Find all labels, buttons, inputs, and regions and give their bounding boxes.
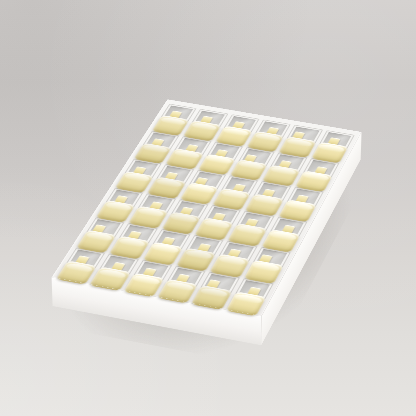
gemstone — [278, 199, 317, 222]
gem-box-r4c4 — [197, 205, 241, 235]
gem-clasp-tab — [161, 237, 175, 246]
gem-box-r5c3 — [146, 229, 191, 260]
gem-box-r6c3 — [126, 259, 172, 291]
gem-clasp-tab — [228, 249, 242, 258]
photo-backdrop — [0, 0, 416, 416]
box-clear-lid-window — [162, 266, 205, 297]
gem-clasp-tab — [142, 268, 156, 278]
gem-clasp-tab — [281, 225, 295, 234]
box-clear-lid-window — [128, 260, 171, 291]
box-clear-lid-window — [196, 272, 239, 303]
gem-box-r6c5 — [194, 272, 239, 305]
gemstone — [128, 206, 168, 229]
scene — [0, 0, 416, 416]
gemstone-group — [96, 194, 140, 223]
gem-clasp-tab — [92, 224, 106, 233]
box-clear-lid-window — [114, 224, 157, 254]
gem-clasp-tab — [179, 207, 193, 216]
box-clear-lid-window — [214, 241, 256, 271]
gem-clasp-tab — [111, 262, 126, 271]
gem-clasp-tab — [258, 254, 272, 263]
gemstone — [109, 236, 150, 260]
gemstone — [96, 200, 136, 223]
box-clear-lid-window — [232, 211, 273, 240]
gemstone-group — [176, 241, 220, 272]
gem-clasp-tab — [149, 201, 163, 210]
gem-clasp-tab — [197, 243, 211, 252]
gemstone-group — [161, 205, 205, 234]
gem-box-r5c2 — [113, 223, 158, 254]
gemstone-group — [210, 247, 254, 278]
gemstone — [210, 254, 250, 278]
gemstone-group — [109, 229, 154, 259]
gem-box-r5c5 — [213, 241, 258, 273]
gemstone — [261, 229, 301, 252]
gem-clasp-tab — [75, 256, 90, 265]
gem-box-r6c4 — [160, 266, 206, 298]
gem-box-r4c3 — [165, 199, 209, 229]
gemstone — [243, 260, 283, 284]
gemstone-group — [76, 223, 121, 253]
gem-box-r6c2 — [93, 253, 139, 285]
box-clear-lid-window — [81, 218, 124, 247]
gemstone — [76, 230, 117, 253]
gem-clasp-tab — [176, 274, 190, 284]
gem-box-r6c1 — [59, 247, 105, 279]
gemstone-group — [142, 235, 187, 265]
gem-clasp-tab — [247, 287, 261, 297]
gemstone-group — [194, 211, 238, 241]
gem-clasp-tab — [114, 195, 128, 204]
gem-box-r5c1 — [80, 217, 125, 248]
gemstone — [176, 248, 216, 272]
box-clear-lid-window — [61, 248, 105, 278]
gemstone — [245, 194, 284, 217]
gemstone — [194, 217, 234, 240]
tray-surface — [52, 99, 362, 316]
gem-clasp-tab — [207, 280, 221, 290]
box-clear-lid-window — [94, 254, 137, 284]
gem-clasp-tab — [128, 231, 142, 240]
box-clear-lid-window — [199, 205, 240, 234]
gemstone — [161, 212, 201, 235]
gemstone-group — [228, 217, 271, 247]
gem-tray — [52, 99, 362, 316]
box-clear-lid-window — [147, 229, 189, 259]
gem-box-r4c5 — [231, 210, 275, 241]
gem-clasp-tab — [245, 218, 259, 227]
box-clear-lid-window — [180, 235, 222, 265]
gemstone — [228, 223, 268, 246]
box-clear-lid-window — [100, 188, 142, 217]
box-clear-lid-window — [166, 200, 208, 229]
gemstone — [212, 188, 251, 210]
gem-clasp-tab — [212, 212, 226, 221]
gem-clasp-tab — [295, 194, 309, 203]
box-clear-lid-window — [265, 217, 306, 246]
gemstone-group — [128, 199, 172, 228]
gemstone — [142, 242, 183, 266]
gem-box-r5c4 — [179, 235, 224, 266]
